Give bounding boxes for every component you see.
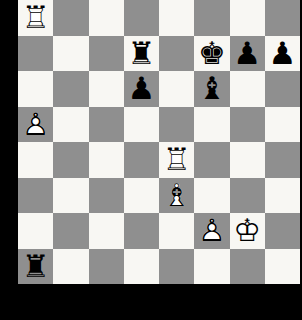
chess-screenshot-root: ♜♖♜♚♟♟♟♝♟♙♜♖♝♗♟♙♚♔♜ [0, 0, 302, 320]
white-rook-outline: ♖ [159, 142, 194, 178]
square-c7[interactable] [89, 36, 124, 72]
square-f3[interactable] [194, 178, 229, 214]
white-bishop: ♝♗ [159, 178, 194, 214]
square-a7[interactable] [18, 36, 53, 72]
square-b4[interactable] [53, 142, 88, 178]
square-b2[interactable] [53, 213, 88, 249]
square-c8[interactable] [89, 0, 124, 36]
square-d2[interactable] [124, 213, 159, 249]
square-b6[interactable] [53, 71, 88, 107]
square-e2[interactable] [159, 213, 194, 249]
square-e7[interactable] [159, 36, 194, 72]
square-h6[interactable] [265, 71, 300, 107]
white-king-outline: ♔ [230, 213, 265, 249]
square-h7[interactable]: ♟ [265, 36, 300, 72]
square-c5[interactable] [89, 107, 124, 143]
white-rook: ♜♖ [18, 0, 53, 36]
square-e3[interactable]: ♝♗ [159, 178, 194, 214]
square-c2[interactable] [89, 213, 124, 249]
square-g1[interactable] [230, 249, 265, 285]
square-a8[interactable]: ♜♖ [18, 0, 53, 36]
black-pawn-glyph: ♟ [124, 71, 159, 107]
square-f4[interactable] [194, 142, 229, 178]
square-h3[interactable] [265, 178, 300, 214]
square-h4[interactable] [265, 142, 300, 178]
square-e8[interactable] [159, 0, 194, 36]
square-b3[interactable] [53, 178, 88, 214]
square-h1[interactable] [265, 249, 300, 285]
black-rook: ♜ [124, 36, 159, 72]
square-f2[interactable]: ♟♙ [194, 213, 229, 249]
square-c6[interactable] [89, 71, 124, 107]
white-pawn: ♟♙ [194, 213, 229, 249]
black-bishop: ♝ [194, 71, 229, 107]
black-king: ♚ [194, 36, 229, 72]
black-pawn-glyph: ♟ [230, 36, 265, 72]
square-a4[interactable] [18, 142, 53, 178]
square-d4[interactable] [124, 142, 159, 178]
square-a2[interactable] [18, 213, 53, 249]
square-f1[interactable] [194, 249, 229, 285]
square-f6[interactable]: ♝ [194, 71, 229, 107]
square-d7[interactable]: ♜ [124, 36, 159, 72]
black-pawn-glyph: ♟ [265, 36, 300, 72]
black-rook-glyph: ♜ [18, 249, 53, 285]
square-g7[interactable]: ♟ [230, 36, 265, 72]
black-king-glyph: ♚ [194, 36, 229, 72]
white-rook-outline: ♖ [18, 0, 53, 36]
square-f7[interactable]: ♚ [194, 36, 229, 72]
square-a6[interactable] [18, 71, 53, 107]
white-pawn: ♟♙ [18, 107, 53, 143]
square-a5[interactable]: ♟♙ [18, 107, 53, 143]
white-rook: ♜♖ [159, 142, 194, 178]
chess-board: ♜♖♜♚♟♟♟♝♟♙♜♖♝♗♟♙♚♔♜ [18, 0, 300, 284]
square-e4[interactable]: ♜♖ [159, 142, 194, 178]
square-f8[interactable] [194, 0, 229, 36]
square-h5[interactable] [265, 107, 300, 143]
square-a1[interactable]: ♜ [18, 249, 53, 285]
square-b7[interactable] [53, 36, 88, 72]
square-b5[interactable] [53, 107, 88, 143]
square-e1[interactable] [159, 249, 194, 285]
square-c3[interactable] [89, 178, 124, 214]
square-d5[interactable] [124, 107, 159, 143]
square-a3[interactable] [18, 178, 53, 214]
square-c4[interactable] [89, 142, 124, 178]
square-e6[interactable] [159, 71, 194, 107]
square-h8[interactable] [265, 0, 300, 36]
white-bishop-outline: ♗ [159, 178, 194, 214]
black-pawn: ♟ [265, 36, 300, 72]
square-b1[interactable] [53, 249, 88, 285]
square-g2[interactable]: ♚♔ [230, 213, 265, 249]
white-pawn-outline: ♙ [18, 107, 53, 143]
black-bishop-glyph: ♝ [194, 71, 229, 107]
square-d6[interactable]: ♟ [124, 71, 159, 107]
square-c1[interactable] [89, 249, 124, 285]
square-g4[interactable] [230, 142, 265, 178]
white-king: ♚♔ [230, 213, 265, 249]
black-pawn: ♟ [124, 71, 159, 107]
white-pawn-outline: ♙ [194, 213, 229, 249]
square-g6[interactable] [230, 71, 265, 107]
square-h2[interactable] [265, 213, 300, 249]
black-rook: ♜ [18, 249, 53, 285]
black-rook-glyph: ♜ [124, 36, 159, 72]
square-d8[interactable] [124, 0, 159, 36]
square-g3[interactable] [230, 178, 265, 214]
square-g5[interactable] [230, 107, 265, 143]
square-b8[interactable] [53, 0, 88, 36]
square-d1[interactable] [124, 249, 159, 285]
black-pawn: ♟ [230, 36, 265, 72]
square-f5[interactable] [194, 107, 229, 143]
square-g8[interactable] [230, 0, 265, 36]
square-d3[interactable] [124, 178, 159, 214]
square-e5[interactable] [159, 107, 194, 143]
